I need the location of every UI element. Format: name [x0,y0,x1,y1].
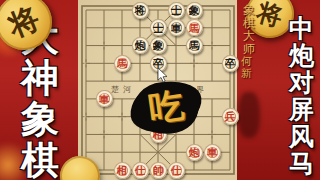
piece-character: 炮 [135,40,146,51]
piece-red-馬[interactable]: 馬 [114,55,131,72]
piece-character: 仕 [171,165,182,176]
piece-red-仕[interactable]: 仕 [168,162,185,179]
piece-character: 象 [189,5,200,16]
author-label: 何新 [241,56,252,80]
decorative-piece-character: 将 [253,0,286,33]
piece-character: 卒 [225,58,236,69]
piece-character: 将 [135,5,146,16]
mouse-cursor-icon [157,68,168,83]
piece-black-卒[interactable]: 卒 [222,55,239,72]
piece-black-車[interactable]: 車 [168,19,185,36]
piece-red-帥[interactable]: 帥 [150,162,167,179]
piece-red-炮[interactable]: 炮 [186,144,203,161]
piece-character: 帥 [153,165,164,176]
piece-character: 馬 [117,58,128,69]
piece-black-馬[interactable]: 馬 [186,37,203,54]
piece-character: 車 [171,23,182,34]
river-label-left: 楚河 [111,84,135,95]
piece-character: 馬 [189,23,200,34]
episode-title: 中炮对屏风马 [289,15,314,177]
piece-character: 車 [99,94,110,105]
piece-character: 象 [153,40,164,51]
piece-character: 士 [153,23,164,34]
piece-red-相[interactable]: 相 [114,162,131,179]
piece-red-車[interactable]: 車 [204,144,221,161]
piece-red-仕[interactable]: 仕 [132,162,149,179]
piece-red-車[interactable]: 車 [96,90,113,107]
piece-black-炮[interactable]: 炮 [132,37,149,54]
piece-character: 兵 [225,111,236,122]
piece-black-象[interactable]: 象 [186,2,203,19]
piece-red-馬[interactable]: 馬 [186,19,203,36]
piece-red-兵[interactable]: 兵 [222,108,239,125]
piece-black-象[interactable]: 象 [150,37,167,54]
piece-character: 車 [207,147,218,158]
piece-character: 相 [117,165,128,176]
piece-character: 士 [171,5,182,16]
decorative-piece-character: 将 [2,0,45,47]
piece-character: 仕 [135,165,146,176]
piece-character: 卒 [153,58,164,69]
piece-black-将[interactable]: 将 [132,2,149,19]
piece-character: 炮 [189,147,200,158]
piece-black-士[interactable]: 士 [168,2,185,19]
subtitle-label: 象棋大师 [243,4,255,56]
piece-black-士[interactable]: 士 [150,19,167,36]
capture-label: 吃 [145,81,186,132]
piece-character: 馬 [189,40,200,51]
dark-decoration-right [238,92,260,138]
thumbnail-stage: 楚河 汉界 将士象士車馬炮象馬馬卒卒車車兵兵相炮車相仕帥仕 大神象棋 将 将 象… [0,0,320,180]
